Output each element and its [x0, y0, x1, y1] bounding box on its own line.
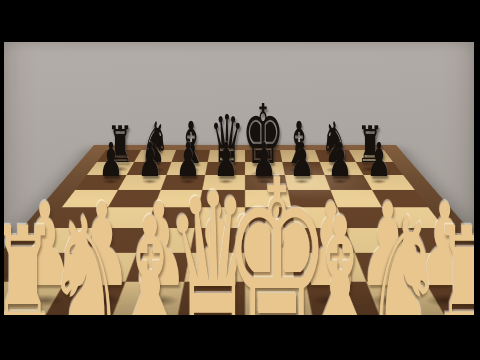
- square-f5: [287, 190, 336, 208]
- square-f4: [291, 207, 345, 228]
- square-c8: [171, 150, 210, 162]
- square-c7: [166, 162, 208, 175]
- square-e4: [245, 207, 295, 228]
- square-h6: [363, 175, 414, 190]
- chess-scene: ♜♞♝♛♚♝♞♜♟♟♟♟♟♟♟♟♟♟♟♟♟♟♟♟♜♞♝♛♚♝♞♜: [4, 42, 474, 315]
- square-d4: [195, 207, 245, 228]
- square-e6: [245, 175, 287, 190]
- square-h4: [382, 207, 444, 228]
- square-b6: [118, 175, 166, 190]
- square-f7: [282, 162, 324, 175]
- square-f6: [284, 175, 329, 190]
- square-d3: [190, 228, 245, 252]
- square-h7: [356, 162, 403, 175]
- board-squares: [4, 150, 474, 315]
- square-e7: [245, 162, 284, 175]
- square-c6: [160, 175, 205, 190]
- square-d7: [206, 162, 245, 175]
- square-e8: [245, 150, 282, 162]
- square-b4: [96, 207, 154, 228]
- square-h5: [372, 190, 428, 208]
- square-b8: [134, 150, 175, 162]
- square-c5: [153, 190, 202, 208]
- video-frame: ♜♞♝♛♚♝♞♜♟♟♟♟♟♟♟♟♟♟♟♟♟♟♟♟♜♞♝♛♚♝♞♜: [0, 0, 480, 360]
- square-e1: [245, 282, 312, 315]
- square-b5: [108, 190, 161, 208]
- square-d2: [185, 252, 245, 282]
- square-d8: [208, 150, 245, 162]
- letterbox-top-bar: [0, 0, 480, 42]
- square-c2: [125, 252, 191, 282]
- square-d1: [178, 282, 245, 315]
- square-c4: [145, 207, 199, 228]
- square-c1: [110, 282, 184, 315]
- square-d6: [203, 175, 245, 190]
- square-f8: [280, 150, 319, 162]
- square-d5: [199, 190, 245, 208]
- chessboard: [4, 145, 474, 315]
- square-b7: [127, 162, 172, 175]
- square-e2: [245, 252, 305, 282]
- letterbox-bottom-bar: [0, 315, 480, 360]
- square-h8: [349, 150, 393, 162]
- square-c3: [136, 228, 195, 252]
- square-e5: [245, 190, 291, 208]
- square-e3: [245, 228, 300, 252]
